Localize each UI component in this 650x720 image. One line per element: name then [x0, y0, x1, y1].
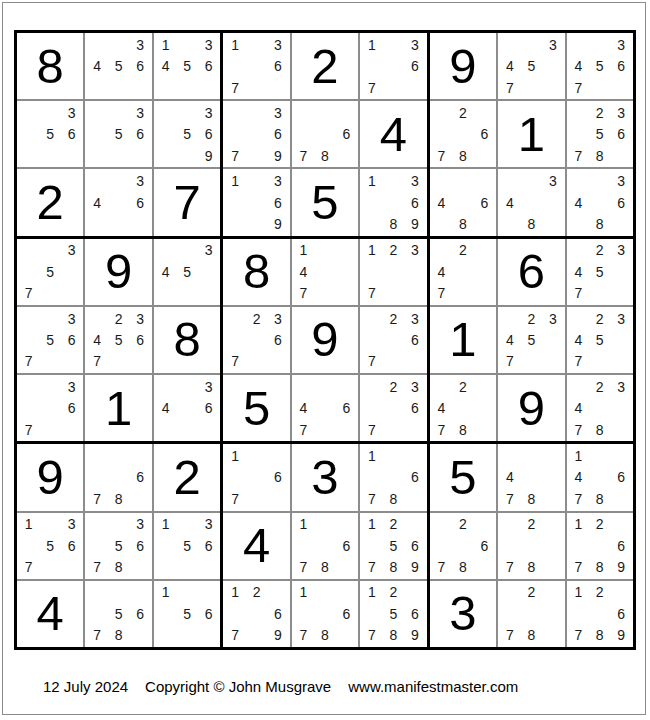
pencil-mark-8: 8 — [452, 213, 473, 234]
pencil-mark-3: 3 — [611, 170, 632, 191]
empty-mark-slot — [246, 467, 267, 488]
cell-r3c3[interactable]: 7 — [154, 169, 220, 235]
pencil-mark-8: 8 — [452, 556, 473, 577]
pencil-mark-8: 8 — [589, 213, 610, 234]
empty-mark-slot — [589, 282, 610, 303]
cell-r7c4[interactable]: 167 — [223, 444, 289, 510]
empty-mark-slot — [431, 170, 452, 191]
pencil-marks: 1678 — [293, 514, 357, 578]
pencil-mark-6: 6 — [611, 535, 632, 556]
cell-r5c4[interactable]: 2367 — [223, 307, 289, 373]
cell-r1c9[interactable]: 34567 — [567, 33, 633, 99]
empty-mark-slot — [176, 240, 197, 261]
cell-r1c8[interactable]: 3457 — [498, 33, 564, 99]
cell-r2c2[interactable]: 356 — [85, 101, 151, 167]
cell-r5c5[interactable]: 9 — [292, 307, 358, 373]
cell-r3c4[interactable]: 1369 — [223, 169, 289, 235]
empty-mark-slot — [86, 535, 107, 556]
cell-r4c5[interactable]: 147 — [292, 239, 358, 305]
cell-r6c4[interactable]: 5 — [223, 375, 289, 441]
empty-mark-slot — [499, 34, 520, 55]
cell-r4c4[interactable]: 8 — [223, 239, 289, 305]
pencil-mark-3: 3 — [267, 34, 288, 55]
pencil-marks: 126789 — [568, 582, 632, 646]
empty-mark-slot — [383, 261, 404, 282]
pencil-mark-2: 2 — [589, 102, 610, 123]
cell-r1c4[interactable]: 1367 — [223, 33, 289, 99]
empty-mark-slot — [452, 535, 473, 556]
pencil-mark-8: 8 — [589, 625, 610, 646]
empty-mark-slot — [129, 488, 150, 509]
empty-mark-slot — [568, 170, 589, 191]
cell-r5c3[interactable]: 8 — [154, 307, 220, 373]
empty-mark-slot — [431, 535, 452, 556]
pencil-mark-7: 7 — [361, 488, 382, 509]
pencil-mark-8: 8 — [452, 145, 473, 166]
cell-r6c7[interactable]: 2478 — [430, 375, 496, 441]
pencil-mark-3: 3 — [267, 102, 288, 123]
pencil-mark-7: 7 — [224, 351, 245, 372]
cell-digit: 3 — [292, 444, 358, 510]
cell-r2c1[interactable]: 356 — [17, 101, 83, 167]
pencil-mark-3: 3 — [611, 376, 632, 397]
cell-r4c9[interactable]: 23457 — [567, 239, 633, 305]
empty-mark-slot — [361, 603, 382, 624]
empty-mark-slot — [86, 582, 107, 603]
empty-mark-slot — [431, 240, 452, 261]
empty-mark-slot — [86, 603, 107, 624]
pencil-marks: 1367 — [361, 34, 425, 98]
pencil-mark-3: 3 — [198, 34, 219, 55]
empty-mark-slot — [86, 124, 107, 145]
empty-mark-slot — [155, 535, 176, 556]
cell-r5c2[interactable]: 234567 — [85, 307, 151, 373]
cell-r7c3[interactable]: 2 — [154, 444, 220, 510]
empty-mark-slot — [293, 376, 314, 397]
empty-mark-slot — [542, 603, 563, 624]
empty-mark-slot — [108, 514, 129, 535]
cell-r4c3[interactable]: 345 — [154, 239, 220, 305]
cell-r5c1[interactable]: 3567 — [17, 307, 83, 373]
cell-digit: 9 — [292, 307, 358, 373]
pencil-mark-1: 1 — [224, 582, 245, 603]
cell-r6c8[interactable]: 9 — [498, 375, 564, 441]
pencil-mark-5: 5 — [39, 535, 60, 556]
cell-r2c9[interactable]: 235678 — [567, 101, 633, 167]
empty-mark-slot — [246, 445, 267, 466]
empty-mark-slot — [336, 625, 357, 646]
pencil-mark-3: 3 — [61, 308, 82, 329]
pencil-marks: 3679 — [224, 102, 288, 166]
empty-mark-slot — [86, 145, 107, 166]
empty-mark-slot — [589, 535, 610, 556]
pencil-mark-2: 2 — [383, 376, 404, 397]
empty-mark-slot — [86, 34, 107, 55]
empty-mark-slot — [474, 261, 495, 282]
empty-mark-slot — [611, 398, 632, 419]
cell-r9c9[interactable]: 126789 — [567, 581, 633, 647]
empty-mark-slot — [542, 192, 563, 213]
pencil-mark-7: 7 — [224, 488, 245, 509]
empty-mark-slot — [18, 240, 39, 261]
pencil-mark-4: 4 — [568, 467, 589, 488]
empty-mark-slot — [474, 376, 495, 397]
empty-mark-slot — [383, 445, 404, 466]
empty-mark-slot — [246, 55, 267, 76]
cell-r6c2[interactable]: 1 — [85, 375, 151, 441]
empty-mark-slot — [18, 329, 39, 350]
cell-r8c4[interactable]: 4 — [223, 513, 289, 579]
empty-mark-slot — [568, 34, 589, 55]
pencil-mark-7: 7 — [18, 351, 39, 372]
pencil-mark-1: 1 — [361, 34, 382, 55]
pencil-mark-5: 5 — [589, 329, 610, 350]
pencil-mark-3: 3 — [129, 102, 150, 123]
cell-r2c5[interactable]: 678 — [292, 101, 358, 167]
empty-mark-slot — [568, 240, 589, 261]
pencil-marks: 367 — [18, 376, 82, 440]
pencil-mark-5: 5 — [383, 535, 404, 556]
pencil-mark-7: 7 — [293, 556, 314, 577]
empty-mark-slot — [499, 535, 520, 556]
empty-mark-slot — [39, 308, 60, 329]
empty-mark-slot — [568, 124, 589, 145]
empty-mark-slot — [336, 556, 357, 577]
cell-r8c6[interactable]: 1256789 — [360, 513, 426, 579]
cell-r8c5[interactable]: 1678 — [292, 513, 358, 579]
pencil-mark-1: 1 — [224, 34, 245, 55]
pencil-mark-6: 6 — [336, 124, 357, 145]
empty-mark-slot — [314, 514, 335, 535]
empty-mark-slot — [293, 102, 314, 123]
empty-mark-slot — [521, 170, 542, 191]
cell-r3c9[interactable]: 3468 — [567, 169, 633, 235]
empty-mark-slot — [521, 535, 542, 556]
cell-r7c7[interactable]: 5 — [430, 444, 496, 510]
empty-mark-slot — [246, 488, 267, 509]
empty-mark-slot — [383, 192, 404, 213]
pencil-mark-1: 1 — [293, 240, 314, 261]
cell-r1c2[interactable]: 3456 — [85, 33, 151, 99]
cell-r7c6[interactable]: 1678 — [360, 444, 426, 510]
pencil-mark-8: 8 — [521, 488, 542, 509]
cell-r8c3[interactable]: 1356 — [154, 513, 220, 579]
empty-mark-slot — [246, 603, 267, 624]
pencil-mark-6: 6 — [336, 603, 357, 624]
empty-mark-slot — [293, 124, 314, 145]
empty-mark-slot — [86, 77, 107, 98]
cell-r9c6[interactable]: 1256789 — [360, 581, 426, 647]
pencil-mark-8: 8 — [314, 625, 335, 646]
empty-mark-slot — [542, 329, 563, 350]
cell-r2c3[interactable]: 3569 — [154, 101, 220, 167]
empty-mark-slot — [589, 351, 610, 372]
pencil-marks: 247 — [431, 240, 495, 304]
cell-r1c1[interactable]: 8 — [17, 33, 83, 99]
pencil-mark-7: 7 — [499, 488, 520, 509]
cell-r9c8[interactable]: 278 — [498, 581, 564, 647]
cell-r7c2[interactable]: 678 — [85, 444, 151, 510]
pencil-mark-6: 6 — [611, 603, 632, 624]
cell-r9c4[interactable]: 12679 — [223, 581, 289, 647]
empty-mark-slot — [542, 467, 563, 488]
empty-mark-slot — [542, 582, 563, 603]
pencil-mark-4: 4 — [568, 398, 589, 419]
pencil-mark-4: 4 — [155, 261, 176, 282]
cell-r4c8[interactable]: 6 — [498, 239, 564, 305]
empty-mark-slot — [499, 213, 520, 234]
pencil-mark-8: 8 — [314, 145, 335, 166]
box-4: 3579345356723456783671346 — [17, 239, 220, 442]
cell-r3c7[interactable]: 468 — [430, 169, 496, 235]
box-1: 8345613456356356356923467 — [17, 33, 220, 236]
cell-r8c7[interactable]: 2678 — [430, 513, 496, 579]
empty-mark-slot — [224, 467, 245, 488]
cell-r1c3[interactable]: 13456 — [154, 33, 220, 99]
pencil-mark-1: 1 — [361, 240, 382, 261]
cell-r7c9[interactable]: 14678 — [567, 444, 633, 510]
pencil-mark-3: 3 — [404, 376, 425, 397]
pencil-marks: 235678 — [568, 102, 632, 166]
empty-mark-slot — [474, 213, 495, 234]
pencil-marks: 1256789 — [361, 582, 425, 646]
pencil-mark-4: 4 — [293, 398, 314, 419]
pencil-mark-6: 6 — [61, 329, 82, 350]
empty-mark-slot — [176, 625, 197, 646]
empty-mark-slot — [431, 102, 452, 123]
pencil-marks: 3456 — [86, 34, 150, 98]
empty-mark-slot — [361, 398, 382, 419]
pencil-mark-6: 6 — [336, 398, 357, 419]
pencil-marks: 1369 — [224, 170, 288, 234]
empty-mark-slot — [224, 55, 245, 76]
pencil-mark-8: 8 — [108, 625, 129, 646]
pencil-mark-5: 5 — [176, 55, 197, 76]
pencil-mark-3: 3 — [61, 102, 82, 123]
cell-r4c2[interactable]: 9 — [85, 239, 151, 305]
empty-mark-slot — [542, 514, 563, 535]
pencil-marks: 2367 — [224, 308, 288, 372]
empty-mark-slot — [611, 514, 632, 535]
empty-mark-slot — [39, 556, 60, 577]
empty-mark-slot — [383, 170, 404, 191]
pencil-mark-7: 7 — [568, 419, 589, 440]
pencil-mark-9: 9 — [404, 556, 425, 577]
pencil-mark-7: 7 — [224, 145, 245, 166]
empty-mark-slot — [176, 582, 197, 603]
empty-mark-slot — [499, 170, 520, 191]
pencil-mark-2: 2 — [589, 308, 610, 329]
pencil-marks: 167 — [224, 445, 288, 509]
empty-mark-slot — [108, 102, 129, 123]
pencil-mark-5: 5 — [589, 261, 610, 282]
empty-mark-slot — [176, 282, 197, 303]
pencil-mark-3: 3 — [198, 376, 219, 397]
empty-mark-slot — [383, 77, 404, 98]
box-6: 247623457123457234572478923478 — [430, 239, 633, 442]
cell-r3c5[interactable]: 5 — [292, 169, 358, 235]
cell-r8c2[interactable]: 35678 — [85, 513, 151, 579]
pencil-mark-8: 8 — [108, 556, 129, 577]
pencil-marks: 13456 — [155, 34, 219, 98]
cell-digit: 3 — [430, 581, 496, 647]
empty-mark-slot — [39, 351, 60, 372]
cell-r5c8[interactable]: 23457 — [498, 307, 564, 373]
pencil-marks: 1237 — [361, 240, 425, 304]
empty-mark-slot — [383, 55, 404, 76]
pencil-mark-4: 4 — [293, 261, 314, 282]
footer-website: www.manifestmaster.com — [348, 678, 518, 695]
cell-r6c9[interactable]: 23478 — [567, 375, 633, 441]
empty-mark-slot — [431, 124, 452, 145]
cell-r4c6[interactable]: 1237 — [360, 239, 426, 305]
pencil-mark-7: 7 — [293, 419, 314, 440]
pencil-marks: 357 — [18, 240, 82, 304]
pencil-marks: 678 — [86, 445, 150, 509]
empty-mark-slot — [452, 170, 473, 191]
cell-r1c6[interactable]: 1367 — [360, 33, 426, 99]
empty-mark-slot — [108, 77, 129, 98]
cell-r4c1[interactable]: 357 — [17, 239, 83, 305]
pencil-mark-7: 7 — [431, 419, 452, 440]
cell-r7c8[interactable]: 478 — [498, 444, 564, 510]
empty-mark-slot — [86, 213, 107, 234]
cell-r2c4[interactable]: 3679 — [223, 101, 289, 167]
pencil-mark-2: 2 — [383, 240, 404, 261]
pencil-marks: 156 — [155, 582, 219, 646]
empty-mark-slot — [611, 351, 632, 372]
empty-mark-slot — [542, 535, 563, 556]
pencil-mark-9: 9 — [404, 213, 425, 234]
pencil-marks: 234567 — [86, 308, 150, 372]
pencil-mark-4: 4 — [155, 55, 176, 76]
empty-mark-slot — [18, 102, 39, 123]
cell-digit: 5 — [223, 375, 289, 441]
empty-mark-slot — [499, 603, 520, 624]
pencil-mark-6: 6 — [267, 329, 288, 350]
cell-digit: 2 — [292, 33, 358, 99]
pencil-mark-7: 7 — [361, 556, 382, 577]
empty-mark-slot — [61, 261, 82, 282]
pencil-mark-1: 1 — [361, 582, 382, 603]
cell-r3c6[interactable]: 13689 — [360, 169, 426, 235]
cell-r1c7[interactable]: 9 — [430, 33, 496, 99]
pencil-mark-6: 6 — [129, 535, 150, 556]
empty-mark-slot — [314, 582, 335, 603]
empty-mark-slot — [568, 308, 589, 329]
empty-mark-slot — [521, 445, 542, 466]
pencil-marks: 468 — [431, 170, 495, 234]
empty-mark-slot — [246, 102, 267, 123]
cell-r3c8[interactable]: 348 — [498, 169, 564, 235]
cell-r3c2[interactable]: 346 — [85, 169, 151, 235]
empty-mark-slot — [198, 77, 219, 98]
empty-mark-slot — [521, 351, 542, 372]
cell-digit: 9 — [85, 239, 151, 305]
empty-mark-slot — [474, 240, 495, 261]
empty-mark-slot — [176, 145, 197, 166]
empty-mark-slot — [314, 398, 335, 419]
cell-r5c6[interactable]: 2367 — [360, 307, 426, 373]
cell-r6c3[interactable]: 346 — [154, 375, 220, 441]
pencil-mark-1: 1 — [361, 170, 382, 191]
cell-r9c1[interactable]: 4 — [17, 581, 83, 647]
pencil-mark-1: 1 — [568, 582, 589, 603]
cell-r4c7[interactable]: 247 — [430, 239, 496, 305]
empty-mark-slot — [542, 213, 563, 234]
cell-r5c9[interactable]: 23457 — [567, 307, 633, 373]
pencil-marks: 2678 — [431, 514, 495, 578]
pencil-mark-4: 4 — [568, 192, 589, 213]
empty-mark-slot — [336, 514, 357, 535]
pencil-mark-8: 8 — [521, 625, 542, 646]
pencil-mark-4: 4 — [155, 398, 176, 419]
empty-mark-slot — [155, 282, 176, 303]
pencil-mark-6: 6 — [404, 192, 425, 213]
cell-r2c6[interactable]: 4 — [360, 101, 426, 167]
cell-r8c1[interactable]: 13567 — [17, 513, 83, 579]
pencil-mark-7: 7 — [224, 77, 245, 98]
pencil-mark-7: 7 — [499, 625, 520, 646]
cell-digit: 5 — [430, 444, 496, 510]
pencil-marks: 346 — [86, 170, 150, 234]
pencil-mark-2: 2 — [452, 376, 473, 397]
empty-mark-slot — [129, 556, 150, 577]
pencil-marks: 34567 — [568, 34, 632, 98]
cell-r8c9[interactable]: 126789 — [567, 513, 633, 579]
cell-r9c3[interactable]: 156 — [154, 581, 220, 647]
empty-mark-slot — [176, 398, 197, 419]
cell-r2c8[interactable]: 1 — [498, 101, 564, 167]
pencil-mark-4: 4 — [568, 261, 589, 282]
empty-mark-slot — [383, 34, 404, 55]
empty-mark-slot — [267, 582, 288, 603]
pencil-mark-6: 6 — [129, 467, 150, 488]
cell-r9c5[interactable]: 1678 — [292, 581, 358, 647]
cell-r6c5[interactable]: 467 — [292, 375, 358, 441]
empty-mark-slot — [474, 102, 495, 123]
cell-r9c7[interactable]: 3 — [430, 581, 496, 647]
cell-r2c7[interactable]: 2678 — [430, 101, 496, 167]
cell-r1c5[interactable]: 2 — [292, 33, 358, 99]
pencil-mark-3: 3 — [611, 308, 632, 329]
cell-r3c1[interactable]: 2 — [17, 169, 83, 235]
empty-mark-slot — [314, 603, 335, 624]
pencil-mark-4: 4 — [431, 261, 452, 282]
pencil-marks: 345 — [155, 240, 219, 304]
cell-r7c5[interactable]: 3 — [292, 444, 358, 510]
pencil-mark-6: 6 — [129, 603, 150, 624]
cell-digit: 1 — [85, 375, 151, 441]
empty-mark-slot — [86, 170, 107, 191]
cell-digit: 8 — [223, 239, 289, 305]
cell-r6c6[interactable]: 2367 — [360, 375, 426, 441]
cell-r9c2[interactable]: 5678 — [85, 581, 151, 647]
cell-r5c7[interactable]: 1 — [430, 307, 496, 373]
cell-r6c1[interactable]: 367 — [17, 375, 83, 441]
pencil-mark-1: 1 — [361, 514, 382, 535]
cell-r8c8[interactable]: 278 — [498, 513, 564, 579]
empty-mark-slot — [336, 419, 357, 440]
pencil-mark-8: 8 — [589, 488, 610, 509]
cell-r7c1[interactable]: 9 — [17, 444, 83, 510]
pencil-mark-1: 1 — [293, 582, 314, 603]
empty-mark-slot — [155, 603, 176, 624]
empty-mark-slot — [404, 445, 425, 466]
empty-mark-slot — [18, 398, 39, 419]
empty-mark-slot — [314, 102, 335, 123]
pencil-mark-5: 5 — [589, 124, 610, 145]
